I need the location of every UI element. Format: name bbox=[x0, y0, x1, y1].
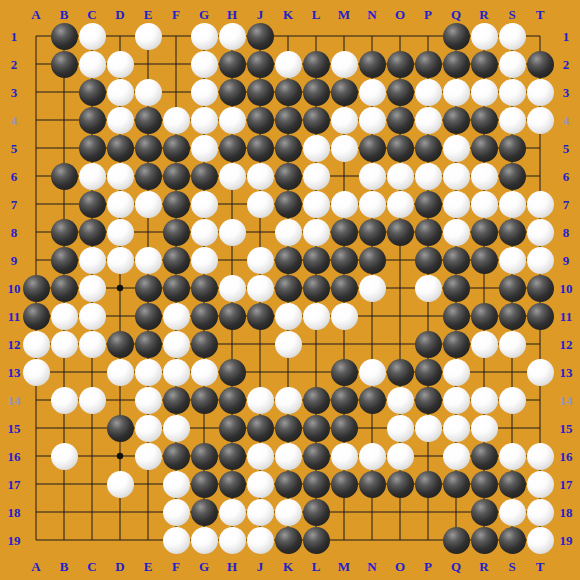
intersection-T6[interactable] bbox=[526, 162, 554, 190]
intersection-M18[interactable] bbox=[330, 498, 358, 526]
intersection-J16[interactable] bbox=[246, 442, 274, 470]
intersection-E18[interactable] bbox=[134, 498, 162, 526]
intersection-F13[interactable] bbox=[162, 358, 190, 386]
intersection-G6[interactable] bbox=[190, 162, 218, 190]
intersection-B15[interactable] bbox=[50, 414, 78, 442]
intersection-D4[interactable] bbox=[106, 106, 134, 134]
intersection-T3[interactable] bbox=[526, 78, 554, 106]
intersection-P2[interactable] bbox=[414, 50, 442, 78]
intersection-H8[interactable] bbox=[218, 218, 246, 246]
intersection-F8[interactable] bbox=[162, 218, 190, 246]
intersection-Q6[interactable] bbox=[442, 162, 470, 190]
intersection-N4[interactable] bbox=[358, 106, 386, 134]
intersection-J10[interactable] bbox=[246, 274, 274, 302]
intersection-M19[interactable] bbox=[330, 526, 358, 554]
intersection-D10[interactable] bbox=[106, 274, 134, 302]
intersection-S8[interactable] bbox=[498, 218, 526, 246]
intersection-Q16[interactable] bbox=[442, 442, 470, 470]
intersection-C14[interactable] bbox=[78, 386, 106, 414]
intersection-N6[interactable] bbox=[358, 162, 386, 190]
intersection-J7[interactable] bbox=[246, 190, 274, 218]
intersection-F18[interactable] bbox=[162, 498, 190, 526]
intersection-M5[interactable] bbox=[330, 134, 358, 162]
intersection-H3[interactable] bbox=[218, 78, 246, 106]
intersection-H4[interactable] bbox=[218, 106, 246, 134]
intersection-P15[interactable] bbox=[414, 414, 442, 442]
intersection-B10[interactable] bbox=[50, 274, 78, 302]
intersection-M13[interactable] bbox=[330, 358, 358, 386]
intersection-Q5[interactable] bbox=[442, 134, 470, 162]
intersection-N15[interactable] bbox=[358, 414, 386, 442]
intersection-C15[interactable] bbox=[78, 414, 106, 442]
intersection-G14[interactable] bbox=[190, 386, 218, 414]
intersection-M1[interactable] bbox=[330, 22, 358, 50]
intersection-J12[interactable] bbox=[246, 330, 274, 358]
intersection-R6[interactable] bbox=[470, 162, 498, 190]
intersection-D16[interactable] bbox=[106, 442, 134, 470]
intersection-D19[interactable] bbox=[106, 526, 134, 554]
intersection-E8[interactable] bbox=[134, 218, 162, 246]
intersection-E19[interactable] bbox=[134, 526, 162, 554]
intersection-Q13[interactable] bbox=[442, 358, 470, 386]
intersection-G13[interactable] bbox=[190, 358, 218, 386]
intersection-G5[interactable] bbox=[190, 134, 218, 162]
intersection-G16[interactable] bbox=[190, 442, 218, 470]
intersection-B4[interactable] bbox=[50, 106, 78, 134]
intersection-F1[interactable] bbox=[162, 22, 190, 50]
intersection-K16[interactable] bbox=[274, 442, 302, 470]
intersection-R2[interactable] bbox=[470, 50, 498, 78]
intersection-C10[interactable] bbox=[78, 274, 106, 302]
intersection-A19[interactable] bbox=[22, 526, 50, 554]
intersection-E11[interactable] bbox=[134, 302, 162, 330]
intersection-M10[interactable] bbox=[330, 274, 358, 302]
intersection-F4[interactable] bbox=[162, 106, 190, 134]
intersection-H6[interactable] bbox=[218, 162, 246, 190]
intersection-S2[interactable] bbox=[498, 50, 526, 78]
intersection-O12[interactable] bbox=[386, 330, 414, 358]
intersection-G18[interactable] bbox=[190, 498, 218, 526]
intersection-F7[interactable] bbox=[162, 190, 190, 218]
intersection-C17[interactable] bbox=[78, 470, 106, 498]
intersection-E3[interactable] bbox=[134, 78, 162, 106]
intersection-G2[interactable] bbox=[190, 50, 218, 78]
intersection-R8[interactable] bbox=[470, 218, 498, 246]
intersection-R18[interactable] bbox=[470, 498, 498, 526]
intersection-F14[interactable] bbox=[162, 386, 190, 414]
intersection-M7[interactable] bbox=[330, 190, 358, 218]
intersection-H15[interactable] bbox=[218, 414, 246, 442]
intersection-A8[interactable] bbox=[22, 218, 50, 246]
intersection-K12[interactable] bbox=[274, 330, 302, 358]
intersection-Q15[interactable] bbox=[442, 414, 470, 442]
intersection-G15[interactable] bbox=[190, 414, 218, 442]
intersection-J14[interactable] bbox=[246, 386, 274, 414]
intersection-E5[interactable] bbox=[134, 134, 162, 162]
intersection-Q14[interactable] bbox=[442, 386, 470, 414]
intersection-O8[interactable] bbox=[386, 218, 414, 246]
intersection-A18[interactable] bbox=[22, 498, 50, 526]
intersection-T14[interactable] bbox=[526, 386, 554, 414]
intersection-C13[interactable] bbox=[78, 358, 106, 386]
intersection-B3[interactable] bbox=[50, 78, 78, 106]
intersection-N11[interactable] bbox=[358, 302, 386, 330]
intersection-P1[interactable] bbox=[414, 22, 442, 50]
intersection-N18[interactable] bbox=[358, 498, 386, 526]
intersection-A7[interactable] bbox=[22, 190, 50, 218]
intersection-L3[interactable] bbox=[302, 78, 330, 106]
intersection-J11[interactable] bbox=[246, 302, 274, 330]
intersection-Q17[interactable] bbox=[442, 470, 470, 498]
intersection-K11[interactable] bbox=[274, 302, 302, 330]
intersection-E10[interactable] bbox=[134, 274, 162, 302]
intersection-M2[interactable] bbox=[330, 50, 358, 78]
intersection-M8[interactable] bbox=[330, 218, 358, 246]
intersection-P6[interactable] bbox=[414, 162, 442, 190]
intersection-F15[interactable] bbox=[162, 414, 190, 442]
intersection-T1[interactable] bbox=[526, 22, 554, 50]
intersection-H18[interactable] bbox=[218, 498, 246, 526]
intersection-N3[interactable] bbox=[358, 78, 386, 106]
intersection-F17[interactable] bbox=[162, 470, 190, 498]
intersection-E4[interactable] bbox=[134, 106, 162, 134]
intersection-A3[interactable] bbox=[22, 78, 50, 106]
intersection-O1[interactable] bbox=[386, 22, 414, 50]
intersection-G10[interactable] bbox=[190, 274, 218, 302]
intersection-H11[interactable] bbox=[218, 302, 246, 330]
intersection-H17[interactable] bbox=[218, 470, 246, 498]
intersection-A11[interactable] bbox=[22, 302, 50, 330]
intersection-C18[interactable] bbox=[78, 498, 106, 526]
intersection-L9[interactable] bbox=[302, 246, 330, 274]
intersection-E17[interactable] bbox=[134, 470, 162, 498]
intersection-T2[interactable] bbox=[526, 50, 554, 78]
intersection-A13[interactable] bbox=[22, 358, 50, 386]
intersection-F19[interactable] bbox=[162, 526, 190, 554]
intersection-N2[interactable] bbox=[358, 50, 386, 78]
intersection-N7[interactable] bbox=[358, 190, 386, 218]
intersection-T16[interactable] bbox=[526, 442, 554, 470]
intersection-B17[interactable] bbox=[50, 470, 78, 498]
intersection-D6[interactable] bbox=[106, 162, 134, 190]
intersection-F12[interactable] bbox=[162, 330, 190, 358]
intersection-S11[interactable] bbox=[498, 302, 526, 330]
intersection-L4[interactable] bbox=[302, 106, 330, 134]
intersection-F2[interactable] bbox=[162, 50, 190, 78]
intersection-K19[interactable] bbox=[274, 526, 302, 554]
intersection-A4[interactable] bbox=[22, 106, 50, 134]
intersection-D13[interactable] bbox=[106, 358, 134, 386]
intersection-R11[interactable] bbox=[470, 302, 498, 330]
intersection-B1[interactable] bbox=[50, 22, 78, 50]
intersection-G19[interactable] bbox=[190, 526, 218, 554]
intersection-J3[interactable] bbox=[246, 78, 274, 106]
intersection-T4[interactable] bbox=[526, 106, 554, 134]
intersection-F3[interactable] bbox=[162, 78, 190, 106]
intersection-A17[interactable] bbox=[22, 470, 50, 498]
intersection-E13[interactable] bbox=[134, 358, 162, 386]
intersection-S13[interactable] bbox=[498, 358, 526, 386]
intersection-G4[interactable] bbox=[190, 106, 218, 134]
intersection-B16[interactable] bbox=[50, 442, 78, 470]
intersection-P18[interactable] bbox=[414, 498, 442, 526]
intersection-F9[interactable] bbox=[162, 246, 190, 274]
intersection-E2[interactable] bbox=[134, 50, 162, 78]
intersection-R7[interactable] bbox=[470, 190, 498, 218]
intersection-L10[interactable] bbox=[302, 274, 330, 302]
intersection-S10[interactable] bbox=[498, 274, 526, 302]
intersection-Q19[interactable] bbox=[442, 526, 470, 554]
intersection-M17[interactable] bbox=[330, 470, 358, 498]
intersection-P16[interactable] bbox=[414, 442, 442, 470]
intersection-D2[interactable] bbox=[106, 50, 134, 78]
intersection-Q3[interactable] bbox=[442, 78, 470, 106]
intersection-M9[interactable] bbox=[330, 246, 358, 274]
intersection-R14[interactable] bbox=[470, 386, 498, 414]
intersection-D11[interactable] bbox=[106, 302, 134, 330]
intersection-B8[interactable] bbox=[50, 218, 78, 246]
intersection-L19[interactable] bbox=[302, 526, 330, 554]
intersection-F6[interactable] bbox=[162, 162, 190, 190]
intersection-G12[interactable] bbox=[190, 330, 218, 358]
intersection-T8[interactable] bbox=[526, 218, 554, 246]
intersection-C19[interactable] bbox=[78, 526, 106, 554]
intersection-C3[interactable] bbox=[78, 78, 106, 106]
intersection-P12[interactable] bbox=[414, 330, 442, 358]
intersection-L12[interactable] bbox=[302, 330, 330, 358]
intersection-Q1[interactable] bbox=[442, 22, 470, 50]
intersection-N14[interactable] bbox=[358, 386, 386, 414]
intersection-O10[interactable] bbox=[386, 274, 414, 302]
intersection-O19[interactable] bbox=[386, 526, 414, 554]
intersection-R3[interactable] bbox=[470, 78, 498, 106]
intersection-E1[interactable] bbox=[134, 22, 162, 50]
intersection-L5[interactable] bbox=[302, 134, 330, 162]
intersection-T17[interactable] bbox=[526, 470, 554, 498]
intersection-T5[interactable] bbox=[526, 134, 554, 162]
intersection-C11[interactable] bbox=[78, 302, 106, 330]
intersection-D9[interactable] bbox=[106, 246, 134, 274]
intersection-B7[interactable] bbox=[50, 190, 78, 218]
intersection-P14[interactable] bbox=[414, 386, 442, 414]
intersection-N9[interactable] bbox=[358, 246, 386, 274]
intersection-L11[interactable] bbox=[302, 302, 330, 330]
intersection-R19[interactable] bbox=[470, 526, 498, 554]
intersection-R13[interactable] bbox=[470, 358, 498, 386]
intersection-O5[interactable] bbox=[386, 134, 414, 162]
intersection-L7[interactable] bbox=[302, 190, 330, 218]
intersection-L1[interactable] bbox=[302, 22, 330, 50]
intersection-L18[interactable] bbox=[302, 498, 330, 526]
intersection-N17[interactable] bbox=[358, 470, 386, 498]
intersection-S6[interactable] bbox=[498, 162, 526, 190]
intersection-R16[interactable] bbox=[470, 442, 498, 470]
intersection-B18[interactable] bbox=[50, 498, 78, 526]
intersection-T10[interactable] bbox=[526, 274, 554, 302]
intersection-J5[interactable] bbox=[246, 134, 274, 162]
intersection-J2[interactable] bbox=[246, 50, 274, 78]
intersection-R4[interactable] bbox=[470, 106, 498, 134]
intersection-A6[interactable] bbox=[22, 162, 50, 190]
intersection-E12[interactable] bbox=[134, 330, 162, 358]
intersection-O17[interactable] bbox=[386, 470, 414, 498]
intersection-D3[interactable] bbox=[106, 78, 134, 106]
intersection-Q18[interactable] bbox=[442, 498, 470, 526]
intersection-E15[interactable] bbox=[134, 414, 162, 442]
intersection-O7[interactable] bbox=[386, 190, 414, 218]
intersection-N1[interactable] bbox=[358, 22, 386, 50]
intersection-O11[interactable] bbox=[386, 302, 414, 330]
intersection-D5[interactable] bbox=[106, 134, 134, 162]
intersection-H2[interactable] bbox=[218, 50, 246, 78]
intersection-P5[interactable] bbox=[414, 134, 442, 162]
intersection-C7[interactable] bbox=[78, 190, 106, 218]
intersection-N8[interactable] bbox=[358, 218, 386, 246]
intersection-E6[interactable] bbox=[134, 162, 162, 190]
intersection-D1[interactable] bbox=[106, 22, 134, 50]
intersection-D18[interactable] bbox=[106, 498, 134, 526]
intersection-G17[interactable] bbox=[190, 470, 218, 498]
intersection-Q9[interactable] bbox=[442, 246, 470, 274]
intersection-J17[interactable] bbox=[246, 470, 274, 498]
intersection-L2[interactable] bbox=[302, 50, 330, 78]
intersection-M3[interactable] bbox=[330, 78, 358, 106]
intersection-R1[interactable] bbox=[470, 22, 498, 50]
intersection-K18[interactable] bbox=[274, 498, 302, 526]
intersection-M15[interactable] bbox=[330, 414, 358, 442]
intersection-J15[interactable] bbox=[246, 414, 274, 442]
intersection-H7[interactable] bbox=[218, 190, 246, 218]
intersection-H5[interactable] bbox=[218, 134, 246, 162]
intersection-Q4[interactable] bbox=[442, 106, 470, 134]
intersection-B11[interactable] bbox=[50, 302, 78, 330]
intersection-K9[interactable] bbox=[274, 246, 302, 274]
intersection-O15[interactable] bbox=[386, 414, 414, 442]
intersection-S16[interactable] bbox=[498, 442, 526, 470]
intersection-H16[interactable] bbox=[218, 442, 246, 470]
intersection-N10[interactable] bbox=[358, 274, 386, 302]
intersection-T9[interactable] bbox=[526, 246, 554, 274]
intersection-D14[interactable] bbox=[106, 386, 134, 414]
intersection-M16[interactable] bbox=[330, 442, 358, 470]
intersection-T12[interactable] bbox=[526, 330, 554, 358]
intersection-J13[interactable] bbox=[246, 358, 274, 386]
intersection-G1[interactable] bbox=[190, 22, 218, 50]
intersection-S5[interactable] bbox=[498, 134, 526, 162]
intersection-D8[interactable] bbox=[106, 218, 134, 246]
intersection-L13[interactable] bbox=[302, 358, 330, 386]
intersection-S17[interactable] bbox=[498, 470, 526, 498]
intersection-C8[interactable] bbox=[78, 218, 106, 246]
intersection-E14[interactable] bbox=[134, 386, 162, 414]
intersection-P10[interactable] bbox=[414, 274, 442, 302]
intersection-J6[interactable] bbox=[246, 162, 274, 190]
intersection-P17[interactable] bbox=[414, 470, 442, 498]
intersection-C16[interactable] bbox=[78, 442, 106, 470]
intersection-C6[interactable] bbox=[78, 162, 106, 190]
intersection-J9[interactable] bbox=[246, 246, 274, 274]
intersection-C9[interactable] bbox=[78, 246, 106, 274]
intersection-J8[interactable] bbox=[246, 218, 274, 246]
intersection-D15[interactable] bbox=[106, 414, 134, 442]
intersection-Q11[interactable] bbox=[442, 302, 470, 330]
intersection-O14[interactable] bbox=[386, 386, 414, 414]
intersection-P19[interactable] bbox=[414, 526, 442, 554]
intersection-A5[interactable] bbox=[22, 134, 50, 162]
intersection-R10[interactable] bbox=[470, 274, 498, 302]
intersection-P13[interactable] bbox=[414, 358, 442, 386]
intersection-B6[interactable] bbox=[50, 162, 78, 190]
intersection-G9[interactable] bbox=[190, 246, 218, 274]
intersection-K8[interactable] bbox=[274, 218, 302, 246]
intersection-F16[interactable] bbox=[162, 442, 190, 470]
intersection-O9[interactable] bbox=[386, 246, 414, 274]
intersection-E9[interactable] bbox=[134, 246, 162, 274]
intersection-L6[interactable] bbox=[302, 162, 330, 190]
intersection-O13[interactable] bbox=[386, 358, 414, 386]
intersection-K5[interactable] bbox=[274, 134, 302, 162]
intersection-H9[interactable] bbox=[218, 246, 246, 274]
intersection-S18[interactable] bbox=[498, 498, 526, 526]
intersection-K4[interactable] bbox=[274, 106, 302, 134]
intersection-A10[interactable] bbox=[22, 274, 50, 302]
intersection-C5[interactable] bbox=[78, 134, 106, 162]
intersection-O2[interactable] bbox=[386, 50, 414, 78]
intersection-N12[interactable] bbox=[358, 330, 386, 358]
intersection-B19[interactable] bbox=[50, 526, 78, 554]
intersection-K1[interactable] bbox=[274, 22, 302, 50]
intersection-B9[interactable] bbox=[50, 246, 78, 274]
intersection-O4[interactable] bbox=[386, 106, 414, 134]
intersection-K14[interactable] bbox=[274, 386, 302, 414]
intersection-R9[interactable] bbox=[470, 246, 498, 274]
intersection-T7[interactable] bbox=[526, 190, 554, 218]
intersection-E7[interactable] bbox=[134, 190, 162, 218]
intersection-O3[interactable] bbox=[386, 78, 414, 106]
intersection-O16[interactable] bbox=[386, 442, 414, 470]
intersection-O18[interactable] bbox=[386, 498, 414, 526]
intersection-K6[interactable] bbox=[274, 162, 302, 190]
intersection-S4[interactable] bbox=[498, 106, 526, 134]
intersection-R17[interactable] bbox=[470, 470, 498, 498]
intersection-A14[interactable] bbox=[22, 386, 50, 414]
intersection-L14[interactable] bbox=[302, 386, 330, 414]
intersection-C4[interactable] bbox=[78, 106, 106, 134]
intersection-S7[interactable] bbox=[498, 190, 526, 218]
intersection-F11[interactable] bbox=[162, 302, 190, 330]
intersection-T18[interactable] bbox=[526, 498, 554, 526]
intersection-T15[interactable] bbox=[526, 414, 554, 442]
intersection-S19[interactable] bbox=[498, 526, 526, 554]
intersection-P8[interactable] bbox=[414, 218, 442, 246]
intersection-H14[interactable] bbox=[218, 386, 246, 414]
intersection-A2[interactable] bbox=[22, 50, 50, 78]
intersection-A1[interactable] bbox=[22, 22, 50, 50]
intersection-D12[interactable] bbox=[106, 330, 134, 358]
intersection-R12[interactable] bbox=[470, 330, 498, 358]
intersection-C1[interactable] bbox=[78, 22, 106, 50]
intersection-S3[interactable] bbox=[498, 78, 526, 106]
intersection-S9[interactable] bbox=[498, 246, 526, 274]
intersection-C12[interactable] bbox=[78, 330, 106, 358]
intersection-G8[interactable] bbox=[190, 218, 218, 246]
intersection-T13[interactable] bbox=[526, 358, 554, 386]
intersection-H10[interactable] bbox=[218, 274, 246, 302]
intersection-G11[interactable] bbox=[190, 302, 218, 330]
intersection-D17[interactable] bbox=[106, 470, 134, 498]
intersection-K13[interactable] bbox=[274, 358, 302, 386]
intersection-Q10[interactable] bbox=[442, 274, 470, 302]
